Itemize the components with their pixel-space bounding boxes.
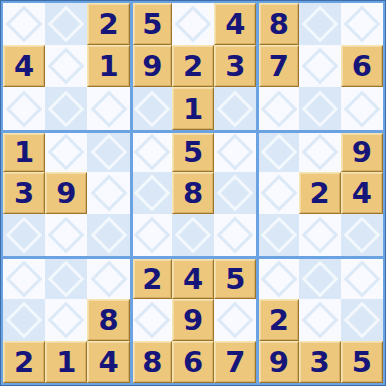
cell-r8c4[interactable] (130, 299, 172, 341)
cell-r5c7[interactable] (256, 172, 298, 214)
diamond-icon (301, 301, 338, 338)
given-digit: 4 (341, 172, 383, 214)
cell-r2c8[interactable] (299, 45, 341, 87)
diamond-icon (261, 175, 298, 212)
cell-r3c1[interactable] (3, 87, 45, 129)
given-digit: 5 (341, 341, 383, 383)
given-digit: 4 (87, 341, 129, 383)
given-digit: 2 (299, 172, 341, 214)
cell-r9c6: 7 (214, 341, 256, 383)
cell-r3c2[interactable] (45, 87, 87, 129)
diamond-icon (90, 217, 127, 254)
cell-r2c6: 3 (214, 45, 256, 87)
diamond-icon (301, 261, 338, 298)
given-digit: 8 (133, 341, 172, 383)
diamond-icon (301, 217, 338, 254)
diamond-icon (6, 301, 43, 338)
cell-r8c5: 9 (172, 299, 214, 341)
given-digit: 4 (214, 3, 256, 45)
diamond-icon (134, 90, 171, 127)
cell-r7c6: 5 (214, 256, 256, 298)
given-digit: 5 (133, 3, 172, 45)
diamond-icon (90, 175, 127, 212)
cell-r5c6[interactable] (214, 172, 256, 214)
cell-r9c5: 6 (172, 341, 214, 383)
given-digit: 3 (299, 341, 341, 383)
given-digit: 2 (133, 259, 172, 298)
cell-r2c9: 6 (341, 45, 383, 87)
cell-r4c8[interactable] (299, 130, 341, 172)
cell-r3c3[interactable] (87, 87, 129, 129)
cell-r6c5[interactable] (172, 214, 214, 256)
cell-r1c2[interactable] (45, 3, 87, 45)
given-digit: 1 (87, 45, 129, 87)
diamond-icon (217, 90, 254, 127)
given-digit: 7 (259, 45, 298, 87)
cell-r6c6[interactable] (214, 214, 256, 256)
diamond-icon (301, 134, 338, 171)
diamond-icon (261, 134, 298, 171)
diamond-icon (48, 90, 85, 127)
diamond-icon (6, 6, 43, 43)
cell-r2c2[interactable] (45, 45, 87, 87)
cell-r4c6[interactable] (214, 130, 256, 172)
diamond-icon (48, 134, 85, 171)
diamond-icon (48, 6, 85, 43)
cell-r9c7: 9 (256, 341, 298, 383)
cell-r8c8[interactable] (299, 299, 341, 341)
given-digit: 4 (3, 45, 45, 87)
cell-r7c3[interactable] (87, 256, 129, 298)
cell-r7c9[interactable] (341, 256, 383, 298)
diamond-icon (6, 90, 43, 127)
cell-r2c1: 4 (3, 45, 45, 87)
diamond-icon (6, 261, 43, 298)
diamond-icon (301, 90, 338, 127)
cell-r2c5: 2 (172, 45, 214, 87)
cell-r3c4[interactable] (130, 87, 172, 129)
cell-r5c8: 2 (299, 172, 341, 214)
diamond-icon (175, 217, 212, 254)
cell-r7c4: 2 (130, 256, 172, 298)
diamond-icon (261, 261, 298, 298)
cell-r9c2: 1 (45, 341, 87, 383)
cell-r2c4: 9 (130, 45, 172, 87)
given-digit: 5 (172, 133, 214, 172)
diamond-icon (343, 301, 380, 338)
cell-r1c7: 8 (256, 3, 298, 45)
given-digit: 1 (45, 341, 87, 383)
diamond-icon (261, 217, 298, 254)
cell-r1c1[interactable] (3, 3, 45, 45)
cell-r6c4[interactable] (130, 214, 172, 256)
diamond-icon (134, 134, 171, 171)
sudoku-board: 25484192376115939824245892214867935 (1, 1, 385, 385)
diamond-icon (90, 134, 127, 171)
diamond-icon (301, 6, 338, 43)
cell-r9c3: 4 (87, 341, 129, 383)
cell-r4c2[interactable] (45, 130, 87, 172)
cell-r5c1: 3 (3, 172, 45, 214)
cell-r6c1[interactable] (3, 214, 45, 256)
cell-r1c5[interactable] (172, 3, 214, 45)
given-digit: 1 (172, 87, 214, 129)
given-digit: 2 (172, 45, 214, 87)
diamond-icon (48, 217, 85, 254)
given-digit: 4 (172, 259, 214, 298)
cell-r4c1: 1 (3, 130, 45, 172)
cell-r5c3[interactable] (87, 172, 129, 214)
diamond-icon (90, 261, 127, 298)
cell-r5c2: 9 (45, 172, 87, 214)
cell-r4c7[interactable] (256, 130, 298, 172)
given-digit: 6 (341, 45, 383, 87)
cell-r4c4[interactable] (130, 130, 172, 172)
given-digit: 2 (259, 299, 298, 341)
cell-r1c4: 5 (130, 3, 172, 45)
cell-r3c5: 1 (172, 87, 214, 129)
diamond-icon (217, 175, 254, 212)
cell-r6c2[interactable] (45, 214, 87, 256)
diamond-icon (343, 217, 380, 254)
diamond-icon (217, 217, 254, 254)
cell-r8c6[interactable] (214, 299, 256, 341)
given-digit: 6 (172, 341, 214, 383)
cell-r7c2[interactable] (45, 256, 87, 298)
cell-r8c7: 2 (256, 299, 298, 341)
cell-r5c4[interactable] (130, 172, 172, 214)
sudoku-board-frame: 25484192376115939824245892214867935 (0, 0, 386, 386)
diamond-icon (134, 301, 171, 338)
diamond-icon (90, 90, 127, 127)
cell-r3c9[interactable] (341, 87, 383, 129)
diamond-icon (261, 90, 298, 127)
given-digit: 2 (87, 3, 129, 45)
cell-r2c7: 7 (256, 45, 298, 87)
cell-r9c4: 8 (130, 341, 172, 383)
given-digit: 9 (259, 341, 298, 383)
cell-r4c5: 5 (172, 130, 214, 172)
cell-r5c9: 4 (341, 172, 383, 214)
cell-r6c7[interactable] (256, 214, 298, 256)
diamond-icon (343, 261, 380, 298)
cell-r3c8[interactable] (299, 87, 341, 129)
cell-r1c3: 2 (87, 3, 129, 45)
cell-r3c7[interactable] (256, 87, 298, 129)
cell-r8c9[interactable] (341, 299, 383, 341)
cell-r9c9: 5 (341, 341, 383, 383)
cell-r9c1: 2 (3, 341, 45, 383)
diamond-icon (301, 48, 338, 85)
cell-r3c6[interactable] (214, 87, 256, 129)
cell-r8c3: 8 (87, 299, 129, 341)
cell-r5c5: 8 (172, 172, 214, 214)
diamond-icon (48, 48, 85, 85)
diamond-icon (134, 175, 171, 212)
given-digit: 9 (341, 133, 383, 172)
given-digit: 2 (3, 341, 45, 383)
cell-r4c9: 9 (341, 130, 383, 172)
diamond-icon (217, 134, 254, 171)
given-digit: 3 (214, 45, 256, 87)
diamond-icon (343, 90, 380, 127)
diamond-icon (48, 261, 85, 298)
diamond-icon (48, 301, 85, 338)
given-digit: 7 (214, 341, 256, 383)
diamond-icon (343, 6, 380, 43)
given-digit: 8 (87, 299, 129, 341)
cell-r8c1[interactable] (3, 299, 45, 341)
given-digit: 9 (133, 45, 172, 87)
cell-r9c8: 3 (299, 341, 341, 383)
given-digit: 8 (172, 172, 214, 214)
cell-r6c9[interactable] (341, 214, 383, 256)
given-digit: 8 (259, 3, 298, 45)
diamond-icon (134, 217, 171, 254)
cell-r6c8[interactable] (299, 214, 341, 256)
cell-r8c2[interactable] (45, 299, 87, 341)
given-digit: 1 (3, 133, 45, 172)
cell-r1c8[interactable] (299, 3, 341, 45)
given-digit: 9 (45, 172, 87, 214)
given-digit: 3 (3, 172, 45, 214)
cell-r6c3[interactable] (87, 214, 129, 256)
diamond-icon (6, 217, 43, 254)
given-digit: 5 (214, 259, 256, 298)
cell-r1c9[interactable] (341, 3, 383, 45)
cell-r1c6: 4 (214, 3, 256, 45)
cell-r7c8[interactable] (299, 256, 341, 298)
diamond-icon (217, 301, 254, 338)
cell-r7c7[interactable] (256, 256, 298, 298)
cell-r7c1[interactable] (3, 256, 45, 298)
cell-r4c3[interactable] (87, 130, 129, 172)
given-digit: 9 (172, 299, 214, 341)
cell-r2c3: 1 (87, 45, 129, 87)
cell-r7c5: 4 (172, 256, 214, 298)
diamond-icon (175, 6, 212, 43)
